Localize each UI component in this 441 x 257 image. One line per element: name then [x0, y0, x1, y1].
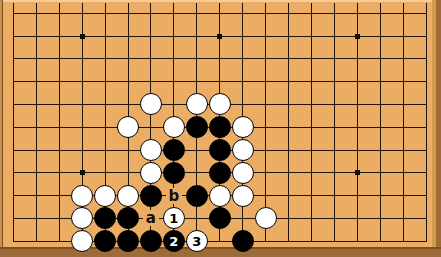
go-stone-white-G4[interactable] [140, 162, 162, 184]
grid-line-vertical [288, 3, 289, 242]
go-board[interactable]: ba123 [0, 0, 441, 257]
go-stone-white-L6[interactable] [232, 116, 254, 138]
star-point [80, 170, 85, 175]
board-edge-right-shadow [436, 0, 441, 257]
go-stone-black-J3[interactable] [186, 185, 208, 207]
grid-line-vertical [357, 3, 358, 242]
grid-line-vertical [311, 3, 312, 242]
go-stone-white-F6[interactable] [117, 116, 139, 138]
star-point [217, 34, 222, 39]
go-stone-white-F3[interactable] [117, 185, 139, 207]
go-stone-black-H4[interactable] [163, 162, 185, 184]
move-2-stone-black-H1[interactable]: 2 [163, 230, 185, 252]
grid-line-vertical [334, 3, 335, 242]
go-stone-white-D2[interactable] [71, 207, 93, 229]
go-stone-white-L3[interactable] [232, 185, 254, 207]
grid-line-vertical [36, 3, 37, 242]
go-stone-black-K6[interactable] [209, 116, 231, 138]
grid-line-horizontal [13, 81, 427, 82]
go-stone-black-F2[interactable] [117, 207, 139, 229]
grid-line-vertical [13, 3, 14, 242]
point-label-b[interactable]: b [166, 188, 182, 204]
star-point [355, 170, 360, 175]
go-stone-white-J7[interactable] [186, 93, 208, 115]
go-stone-white-H6[interactable] [163, 116, 185, 138]
board-edge-left-line [2, 0, 3, 257]
go-stone-black-G1[interactable] [140, 230, 162, 252]
board-edge-top-highlight [0, 0, 441, 2]
move-1-stone-white-H2[interactable]: 1 [163, 207, 185, 229]
grid-line-vertical [403, 3, 404, 242]
go-diagram: ba123 [0, 0, 441, 257]
go-stone-white-K7[interactable] [209, 93, 231, 115]
go-stone-black-L1[interactable] [232, 230, 254, 252]
grid-line-horizontal [13, 13, 427, 14]
go-stone-white-E3[interactable] [94, 185, 116, 207]
star-point [80, 34, 85, 39]
go-stone-white-G5[interactable] [140, 139, 162, 161]
go-stone-white-G7[interactable] [140, 93, 162, 115]
grid-line-horizontal [13, 58, 427, 59]
go-stone-black-E2[interactable] [94, 207, 116, 229]
move-3-stone-white-J1[interactable]: 3 [186, 230, 208, 252]
go-stone-black-J6[interactable] [186, 116, 208, 138]
go-stone-black-H5[interactable] [163, 139, 185, 161]
grid-line-vertical [426, 3, 427, 242]
go-stone-white-K3[interactable] [209, 185, 231, 207]
point-label-a[interactable]: a [143, 210, 159, 226]
go-stone-white-M2[interactable] [255, 207, 277, 229]
go-stone-black-K5[interactable] [209, 139, 231, 161]
go-stone-white-D3[interactable] [71, 185, 93, 207]
grid-line-vertical [380, 3, 381, 242]
board-edge-bottom-shadow [0, 249, 441, 257]
grid-line-vertical [265, 3, 266, 242]
go-stone-black-K4[interactable] [209, 162, 231, 184]
grid-line-vertical [59, 3, 60, 242]
go-stone-white-L5[interactable] [232, 139, 254, 161]
star-point [355, 34, 360, 39]
go-stone-black-K2[interactable] [209, 207, 231, 229]
go-stone-white-L4[interactable] [232, 162, 254, 184]
go-stone-black-G3[interactable] [140, 185, 162, 207]
